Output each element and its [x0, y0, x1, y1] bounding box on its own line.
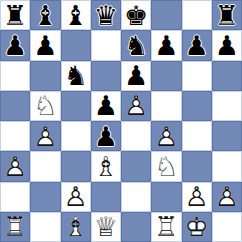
square-c7[interactable]: [61, 30, 91, 60]
piece-glyph-fill: ♟: [33, 32, 57, 59]
black-pawn-piece[interactable]: ♟: [182, 30, 212, 60]
white-pawn-piece[interactable]: ♟♙: [212, 182, 242, 212]
square-b3[interactable]: [30, 151, 60, 181]
white-pawn-piece[interactable]: ♟♙: [121, 91, 151, 121]
square-g7[interactable]: ♟: [182, 30, 212, 60]
white-pawn-piece[interactable]: ♟♙: [182, 182, 212, 212]
white-rook-piece[interactable]: ♜♖: [0, 212, 30, 242]
piece-glyph-outline: ♘: [33, 92, 57, 119]
piece-glyph-fill: ♟: [154, 32, 178, 59]
square-c3[interactable]: [61, 151, 91, 181]
piece-glyph-outline: ♘: [154, 153, 178, 180]
square-c6[interactable]: ♞: [61, 61, 91, 91]
white-king-piece[interactable]: ♚♔: [182, 212, 212, 242]
square-g2[interactable]: ♟♙: [182, 182, 212, 212]
piece-glyph-fill: ♟: [185, 32, 209, 59]
black-pawn-piece[interactable]: ♟: [30, 30, 60, 60]
square-f7[interactable]: ♟: [151, 30, 181, 60]
white-knight-piece[interactable]: ♞♘: [151, 151, 181, 181]
square-e7[interactable]: ♞: [121, 30, 151, 60]
black-pawn-piece[interactable]: ♟: [91, 91, 121, 121]
square-b2[interactable]: [30, 182, 60, 212]
piece-glyph-fill: ♟: [124, 62, 148, 89]
white-pawn-piece[interactable]: ♟♙: [61, 182, 91, 212]
chess-board: ♜♝♝♛♚♜♟♟♞♟♟♟♞♟♞♘♟♟♙♟♙♟♟♙♟♙♝♗♞♘♟♙♟♙♟♙♜♖♝♗…: [0, 0, 242, 242]
piece-glyph-outline: ♙: [33, 123, 57, 150]
white-pawn-piece[interactable]: ♟♙: [0, 151, 30, 181]
square-f5[interactable]: [151, 91, 181, 121]
square-b5[interactable]: ♞♘: [30, 91, 60, 121]
black-pawn-piece[interactable]: ♟: [212, 30, 242, 60]
piece-glyph-fill: ♟: [3, 32, 27, 59]
piece-glyph-outline: ♙: [64, 183, 88, 210]
square-a1[interactable]: ♜♖: [0, 212, 30, 242]
black-king-piece[interactable]: ♚: [121, 0, 151, 30]
black-rook-piece[interactable]: ♜: [212, 0, 242, 30]
piece-glyph-outline: ♙: [215, 183, 239, 210]
square-h3[interactable]: [212, 151, 242, 181]
piece-glyph-fill: ♟: [215, 32, 239, 59]
piece-glyph-outline: ♙: [185, 183, 209, 210]
white-knight-piece[interactable]: ♞♘: [30, 91, 60, 121]
square-h5[interactable]: [212, 91, 242, 121]
white-rook-piece[interactable]: ♜♖: [151, 212, 181, 242]
square-c4[interactable]: [61, 121, 91, 151]
square-a6[interactable]: [0, 61, 30, 91]
square-e6[interactable]: ♟: [121, 61, 151, 91]
square-g6[interactable]: [182, 61, 212, 91]
square-b6[interactable]: [30, 61, 60, 91]
square-h2[interactable]: ♟♙: [212, 182, 242, 212]
white-bishop-piece[interactable]: ♝♗: [61, 212, 91, 242]
square-a8[interactable]: ♜: [0, 0, 30, 30]
square-h6[interactable]: [212, 61, 242, 91]
square-e4[interactable]: [121, 121, 151, 151]
square-d4[interactable]: ♟: [91, 121, 121, 151]
square-b8[interactable]: ♝: [30, 0, 60, 30]
square-f8[interactable]: [151, 0, 181, 30]
square-g8[interactable]: [182, 0, 212, 30]
square-h8[interactable]: ♜: [212, 0, 242, 30]
square-c2[interactable]: ♟♙: [61, 182, 91, 212]
square-d5[interactable]: ♟: [91, 91, 121, 121]
square-a3[interactable]: ♟♙: [0, 151, 30, 181]
black-pawn-piece[interactable]: ♟: [0, 30, 30, 60]
square-c8[interactable]: ♝: [61, 0, 91, 30]
black-rook-piece[interactable]: ♜: [0, 0, 30, 30]
piece-glyph-outline: ♙: [154, 123, 178, 150]
piece-glyph-outline: ♔: [185, 213, 209, 240]
piece-glyph-fill: ♞: [64, 62, 88, 89]
square-e1[interactable]: [121, 212, 151, 242]
square-d2[interactable]: [91, 182, 121, 212]
piece-glyph-fill: ♜: [215, 2, 239, 29]
square-c5[interactable]: [61, 91, 91, 121]
square-f4[interactable]: ♟♙: [151, 121, 181, 151]
white-bishop-piece[interactable]: ♝♗: [91, 151, 121, 181]
piece-glyph-outline: ♖: [3, 213, 27, 240]
square-e5[interactable]: ♟♙: [121, 91, 151, 121]
square-b7[interactable]: ♟: [30, 30, 60, 60]
square-g3[interactable]: [182, 151, 212, 181]
square-f3[interactable]: ♞♘: [151, 151, 181, 181]
square-d7[interactable]: [91, 30, 121, 60]
black-pawn-piece[interactable]: ♟: [121, 61, 151, 91]
white-pawn-piece[interactable]: ♟♙: [30, 121, 60, 151]
square-d3[interactable]: ♝♗: [91, 151, 121, 181]
square-g4[interactable]: [182, 121, 212, 151]
piece-glyph-outline: ♖: [154, 213, 178, 240]
square-a7[interactable]: ♟: [0, 30, 30, 60]
black-knight-piece[interactable]: ♞: [121, 30, 151, 60]
square-h4[interactable]: [212, 121, 242, 151]
piece-glyph-fill: ♟: [94, 123, 118, 150]
square-e3[interactable]: [121, 151, 151, 181]
piece-glyph-outline: ♗: [64, 213, 88, 240]
square-h1[interactable]: [212, 212, 242, 242]
square-a4[interactable]: [0, 121, 30, 151]
square-d1[interactable]: ♛♕: [91, 212, 121, 242]
piece-glyph-fill: ♟: [94, 92, 118, 119]
square-f2[interactable]: [151, 182, 181, 212]
square-a5[interactable]: [0, 91, 30, 121]
piece-glyph-outline: ♙: [3, 153, 27, 180]
black-queen-piece[interactable]: ♛: [91, 0, 121, 30]
square-e8[interactable]: ♚: [121, 0, 151, 30]
piece-glyph-fill: ♛: [94, 2, 118, 29]
square-b4[interactable]: ♟♙: [30, 121, 60, 151]
black-knight-piece[interactable]: ♞: [61, 61, 91, 91]
square-d8[interactable]: ♛: [91, 0, 121, 30]
piece-glyph-outline: ♗: [94, 153, 118, 180]
piece-glyph-outline: ♕: [94, 213, 118, 240]
square-e2[interactable]: [121, 182, 151, 212]
piece-glyph-fill: ♚: [124, 2, 148, 29]
piece-glyph-fill: ♝: [64, 2, 88, 29]
square-b1[interactable]: [30, 212, 60, 242]
white-queen-piece[interactable]: ♛♕: [91, 212, 121, 242]
square-h7[interactable]: ♟: [212, 30, 242, 60]
black-bishop-piece[interactable]: ♝: [30, 0, 60, 30]
black-bishop-piece[interactable]: ♝: [61, 0, 91, 30]
piece-glyph-fill: ♜: [3, 2, 27, 29]
piece-glyph-fill: ♞: [124, 32, 148, 59]
white-pawn-piece[interactable]: ♟♙: [151, 121, 181, 151]
black-pawn-piece[interactable]: ♟: [151, 30, 181, 60]
square-c1[interactable]: ♝♗: [61, 212, 91, 242]
square-g5[interactable]: [182, 91, 212, 121]
square-d6[interactable]: [91, 61, 121, 91]
piece-glyph-outline: ♙: [124, 92, 148, 119]
square-a2[interactable]: [0, 182, 30, 212]
square-f6[interactable]: [151, 61, 181, 91]
piece-glyph-fill: ♝: [33, 2, 57, 29]
black-pawn-piece[interactable]: ♟: [91, 121, 121, 151]
square-g1[interactable]: ♚♔: [182, 212, 212, 242]
square-f1[interactable]: ♜♖: [151, 212, 181, 242]
